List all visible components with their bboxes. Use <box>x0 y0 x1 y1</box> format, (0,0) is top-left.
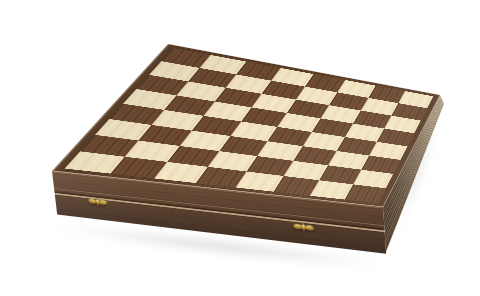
brass-clasp-icon <box>292 219 314 235</box>
clasp-left <box>87 194 108 209</box>
board-square <box>345 184 386 203</box>
brass-clasp-icon <box>87 194 108 209</box>
clasp-right <box>292 219 314 235</box>
chess-box-scene <box>0 0 480 296</box>
